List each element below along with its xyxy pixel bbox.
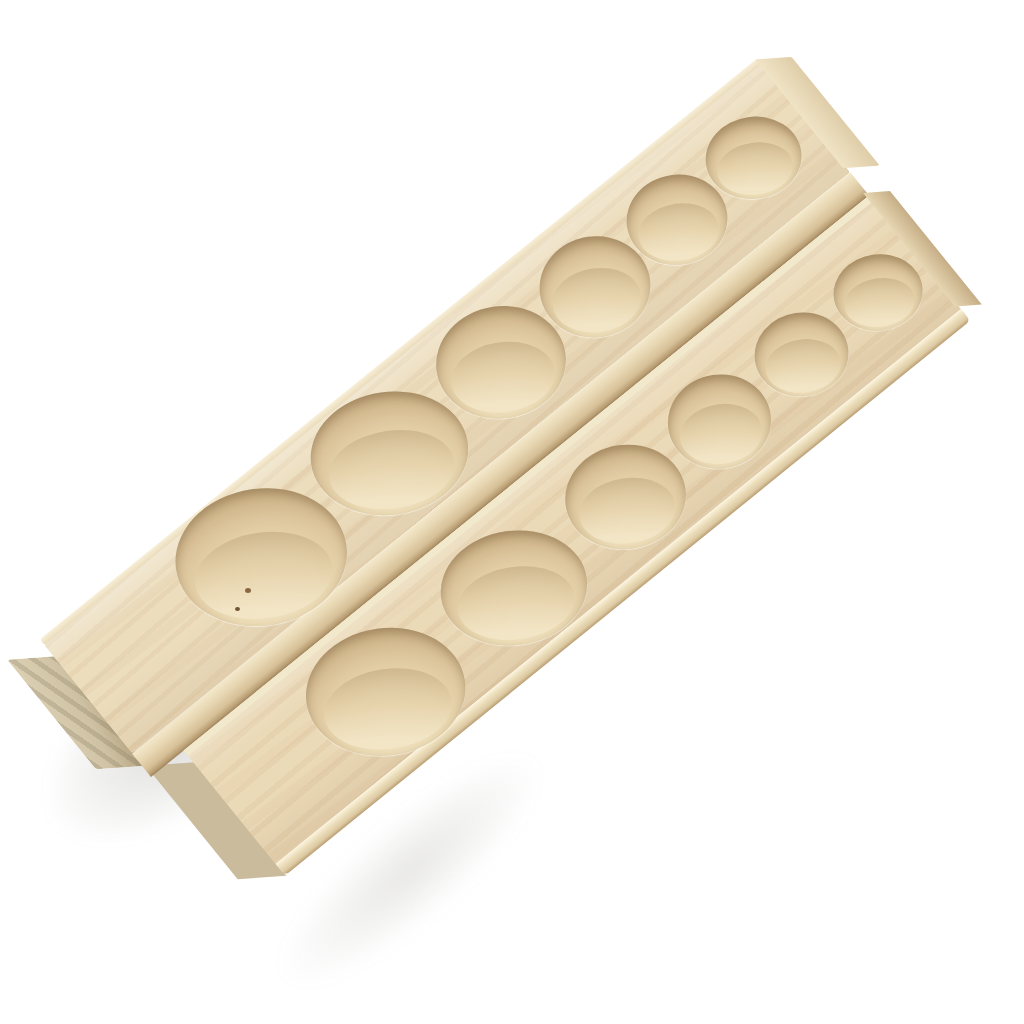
wood-knot-speck bbox=[245, 588, 251, 593]
pit-r2c6[interactable] bbox=[829, 248, 928, 336]
wood-knot-speck bbox=[235, 607, 240, 611]
product-photo-stage bbox=[0, 0, 1024, 1024]
